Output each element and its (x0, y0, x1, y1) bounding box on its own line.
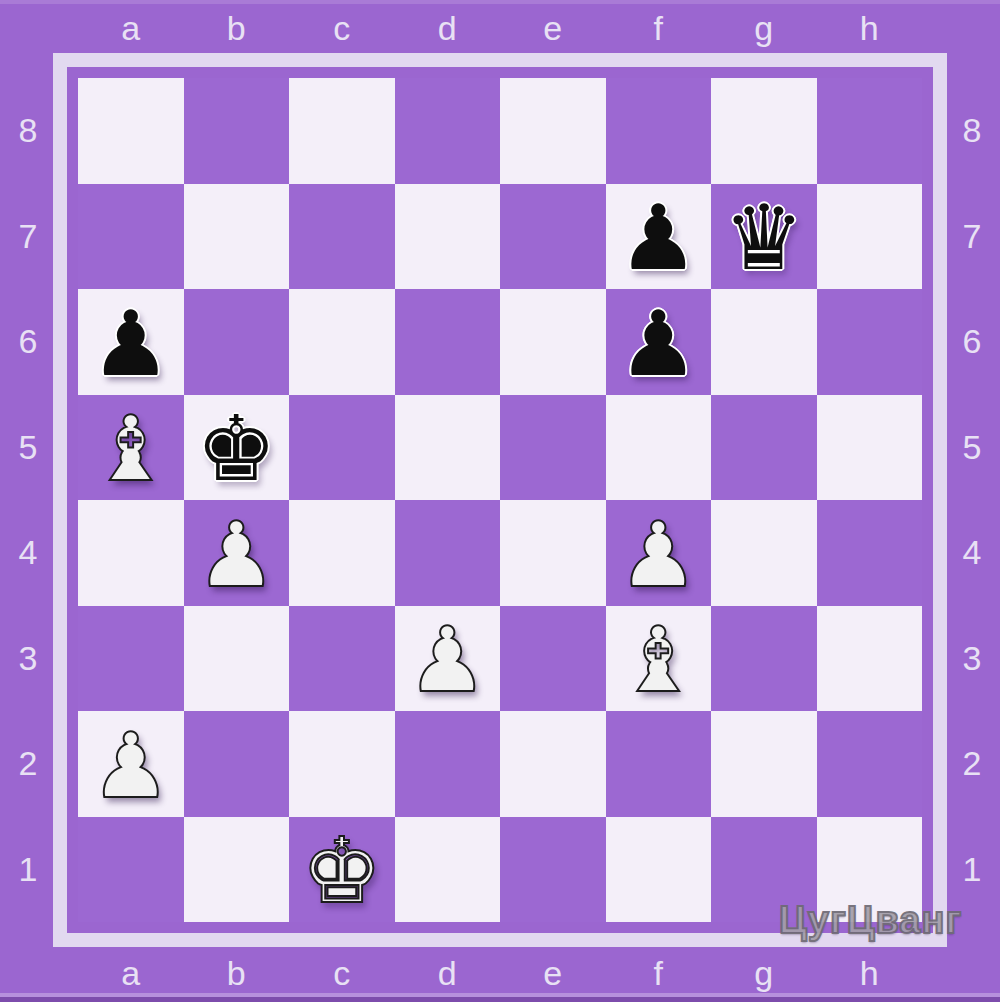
square-b3[interactable] (184, 606, 290, 712)
file-label-e: e (500, 951, 606, 995)
file-label-a: a (78, 6, 184, 50)
square-d8[interactable] (395, 78, 501, 184)
square-h3[interactable] (817, 606, 923, 712)
square-b5[interactable]: ♚ (184, 395, 290, 501)
piece-white-king-c1[interactable]: ♚ (301, 826, 382, 916)
square-e7[interactable] (500, 184, 606, 290)
file-label-c: c (289, 951, 395, 995)
file-label-b: b (184, 6, 290, 50)
rank-label-7: 7 (6, 184, 50, 290)
square-a8[interactable] (78, 78, 184, 184)
square-a5[interactable]: ♝ (78, 395, 184, 501)
square-a6[interactable]: ♟ (78, 289, 184, 395)
square-d4[interactable] (395, 500, 501, 606)
file-label-b: b (184, 951, 290, 995)
piece-black-queen-g7[interactable]: ♛ (723, 193, 804, 283)
square-g7[interactable]: ♛ (711, 184, 817, 290)
rank-label-3: 3 (6, 606, 50, 712)
square-b6[interactable] (184, 289, 290, 395)
square-h7[interactable] (817, 184, 923, 290)
square-e2[interactable] (500, 711, 606, 817)
square-a4[interactable] (78, 500, 184, 606)
square-g3[interactable] (711, 606, 817, 712)
square-h4[interactable] (817, 500, 923, 606)
square-d1[interactable] (395, 817, 501, 923)
square-g2[interactable] (711, 711, 817, 817)
piece-black-pawn-f6[interactable]: ♟ (618, 299, 699, 389)
square-e8[interactable] (500, 78, 606, 184)
piece-white-bishop-f3[interactable]: ♝ (618, 615, 699, 705)
square-e5[interactable] (500, 395, 606, 501)
square-g4[interactable] (711, 500, 817, 606)
rank-label-2: 2 (950, 711, 994, 817)
rank-label-4: 4 (950, 500, 994, 606)
square-f3[interactable]: ♝ (606, 606, 712, 712)
square-b7[interactable] (184, 184, 290, 290)
bottom-edge-shadow (0, 997, 1000, 1002)
rank-label-3: 3 (950, 606, 994, 712)
square-h6[interactable] (817, 289, 923, 395)
square-c4[interactable] (289, 500, 395, 606)
square-f6[interactable]: ♟ (606, 289, 712, 395)
rank-label-2: 2 (6, 711, 50, 817)
piece-white-pawn-d3[interactable]: ♟ (407, 615, 488, 705)
square-f5[interactable] (606, 395, 712, 501)
square-h2[interactable] (817, 711, 923, 817)
rank-label-5: 5 (950, 395, 994, 501)
chess-board: ♟♛♟♟♝♚♟♟♟♝♟♚ (78, 78, 922, 922)
square-b1[interactable] (184, 817, 290, 923)
square-c5[interactable] (289, 395, 395, 501)
rank-label-8: 8 (950, 78, 994, 184)
square-c2[interactable] (289, 711, 395, 817)
rank-label-6: 6 (950, 289, 994, 395)
square-b2[interactable] (184, 711, 290, 817)
top-edge-highlight (0, 0, 1000, 4)
square-e6[interactable] (500, 289, 606, 395)
square-b8[interactable] (184, 78, 290, 184)
square-d5[interactable] (395, 395, 501, 501)
file-label-g: g (711, 6, 817, 50)
square-c6[interactable] (289, 289, 395, 395)
piece-white-pawn-f4[interactable]: ♟ (618, 510, 699, 600)
rank-labels-right: 87654321 (950, 78, 994, 922)
square-e3[interactable] (500, 606, 606, 712)
square-e4[interactable] (500, 500, 606, 606)
file-label-d: d (395, 6, 501, 50)
square-c1[interactable]: ♚ (289, 817, 395, 923)
file-label-f: f (606, 951, 712, 995)
rank-label-7: 7 (950, 184, 994, 290)
square-d6[interactable] (395, 289, 501, 395)
piece-white-pawn-b4[interactable]: ♟ (196, 510, 277, 600)
file-label-e: e (500, 6, 606, 50)
square-d2[interactable] (395, 711, 501, 817)
square-c3[interactable] (289, 606, 395, 712)
rank-label-4: 4 (6, 500, 50, 606)
chess-diagram: abcdefgh 87654321 87654321 abcdefgh ♟♛♟♟… (0, 0, 1000, 1002)
rank-labels-left: 87654321 (6, 78, 50, 922)
square-g8[interactable] (711, 78, 817, 184)
square-a3[interactable] (78, 606, 184, 712)
piece-black-king-b5[interactable]: ♚ (196, 404, 277, 494)
square-f1[interactable] (606, 817, 712, 923)
square-f8[interactable] (606, 78, 712, 184)
square-g6[interactable] (711, 289, 817, 395)
rank-label-5: 5 (6, 395, 50, 501)
file-labels-top: abcdefgh (78, 6, 922, 50)
square-f4[interactable]: ♟ (606, 500, 712, 606)
square-d3[interactable]: ♟ (395, 606, 501, 712)
piece-white-bishop-a5[interactable]: ♝ (90, 404, 171, 494)
square-e1[interactable] (500, 817, 606, 923)
square-c7[interactable] (289, 184, 395, 290)
file-label-h: h (817, 6, 923, 50)
square-a2[interactable]: ♟ (78, 711, 184, 817)
square-f7[interactable]: ♟ (606, 184, 712, 290)
square-c8[interactable] (289, 78, 395, 184)
square-b4[interactable]: ♟ (184, 500, 290, 606)
file-label-f: f (606, 6, 712, 50)
rank-label-8: 8 (6, 78, 50, 184)
piece-black-pawn-f7[interactable]: ♟ (618, 193, 699, 283)
square-a7[interactable] (78, 184, 184, 290)
square-h5[interactable] (817, 395, 923, 501)
file-label-h: h (817, 951, 923, 995)
file-labels-bottom: abcdefgh (78, 951, 922, 995)
file-label-g: g (711, 951, 817, 995)
rank-label-6: 6 (6, 289, 50, 395)
square-d7[interactable] (395, 184, 501, 290)
file-label-a: a (78, 951, 184, 995)
square-f2[interactable] (606, 711, 712, 817)
piece-black-pawn-a6[interactable]: ♟ (90, 299, 171, 389)
file-label-c: c (289, 6, 395, 50)
square-a1[interactable] (78, 817, 184, 923)
rank-label-1: 1 (6, 817, 50, 923)
piece-white-pawn-a2[interactable]: ♟ (90, 721, 171, 811)
square-g5[interactable] (711, 395, 817, 501)
file-label-d: d (395, 951, 501, 995)
square-h8[interactable] (817, 78, 923, 184)
watermark: ЦугЦванг (779, 899, 962, 942)
